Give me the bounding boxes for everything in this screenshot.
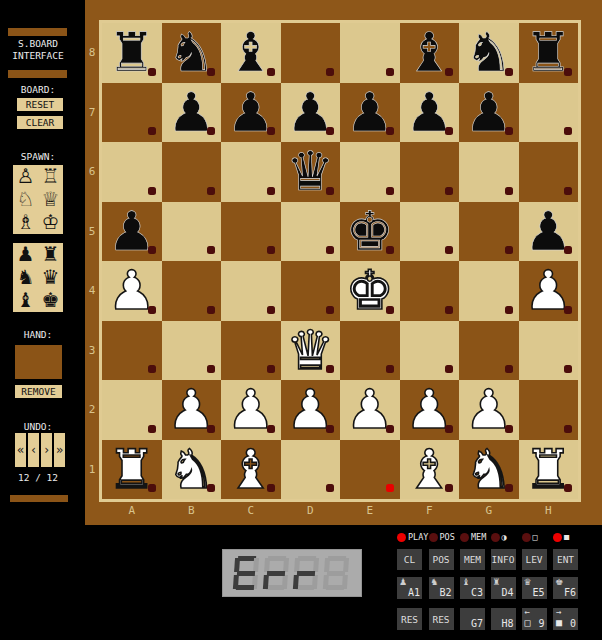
rank-label-2: 2 (85, 380, 99, 440)
sensor-led-h6 (564, 187, 572, 195)
spawn-white-bishop[interactable]: ♗ (13, 211, 38, 234)
rank-label-3: 3 (85, 321, 99, 381)
a1-label: A1 (408, 587, 420, 598)
moon-led-group: ◑ (491, 531, 507, 543)
sensor-led-f5 (445, 246, 453, 254)
redo-button[interactable]: › (41, 433, 52, 467)
sensor-led-a5 (148, 246, 156, 254)
spawn-white-king[interactable]: ♔ (38, 211, 63, 234)
right-arrow-icon: → (556, 607, 561, 617)
sensor-led-d6 (326, 187, 334, 195)
0-button[interactable]: →■0 (553, 608, 578, 630)
board-grid-border: ♜♞♝♝♞♜♟♟♟♟♟♟♛♟♚♟♟♚♟♛♟♟♟♟♟♟♜♞♝♝♞♜ (99, 20, 581, 502)
sensor-led-g8 (505, 68, 513, 76)
segment-e (323, 575, 329, 589)
sensor-led-c7 (267, 127, 275, 135)
mem-led-group: MEM (460, 531, 486, 543)
square-a7[interactable] (102, 83, 162, 143)
pos-led (429, 533, 438, 542)
rank-label-7: 7 (85, 83, 99, 143)
sensor-led-g5 (505, 246, 513, 254)
segment-b (253, 558, 259, 572)
undo-controls: «‹›» (15, 433, 65, 467)
segment-e (293, 575, 299, 589)
sensor-led-h7 (564, 127, 572, 135)
sensor-led-c6 (267, 187, 275, 195)
spawn-black-pawn[interactable]: ♟ (13, 243, 38, 266)
sensor-led-d7 (326, 127, 334, 135)
rook-icon: ♜ (493, 577, 501, 587)
d4-button[interactable]: ♜D4 (491, 577, 516, 599)
square-filled-led-label: ■ (564, 532, 569, 542)
info-button[interactable]: INFO (491, 549, 516, 570)
spawn-black-rook[interactable]: ♜ (38, 243, 63, 266)
sensor-led-f4 (445, 306, 453, 314)
sensor-led-a1 (148, 484, 156, 492)
sensor-led-b1 (207, 484, 215, 492)
f6-label: F6 (564, 587, 576, 598)
sensor-led-g1 (505, 484, 513, 492)
key-label-9: 9 (538, 618, 544, 629)
square-e2[interactable]: ♟ (340, 380, 400, 440)
square-a5[interactable]: ♟ (102, 202, 162, 262)
square-d8[interactable] (281, 23, 341, 83)
square-b1[interactable]: ♞ (162, 440, 222, 500)
sensor-led-g2 (505, 425, 513, 433)
square-h8[interactable]: ♜ (519, 23, 579, 83)
sensor-led-b4 (207, 306, 215, 314)
sensor-led-c5 (267, 246, 275, 254)
square-c3[interactable] (221, 321, 281, 381)
segment-e (233, 575, 239, 589)
9-button[interactable]: ←□9 (522, 608, 547, 630)
sensor-led-a3 (148, 365, 156, 373)
segment-d (266, 585, 284, 590)
mem-button[interactable]: MEM (460, 549, 485, 570)
sensor-led-c1 (267, 484, 275, 492)
sensor-led-h3 (564, 365, 572, 373)
square-b7[interactable]: ♟ (162, 83, 222, 143)
sensor-led-e4 (386, 306, 394, 314)
square-d5[interactable] (281, 202, 341, 262)
segment-g (297, 571, 315, 576)
key-label-0: 0 (570, 618, 576, 629)
moon-led (491, 533, 500, 542)
rank-label-6: 6 (85, 142, 99, 202)
square-c7[interactable]: ♟ (221, 83, 281, 143)
rank-label-1: 1 (85, 440, 99, 500)
spawn-black-bishop[interactable]: ♝ (13, 289, 38, 312)
square-e8[interactable] (340, 23, 400, 83)
sensor-led-h8 (564, 68, 572, 76)
app-title-line1: S.BOARD (0, 38, 76, 49)
g7-button[interactable]: G7 (460, 608, 485, 630)
undo-section-label: UNDO: (0, 421, 76, 432)
sensor-led-b2 (207, 425, 215, 433)
display-digit-2 (263, 556, 289, 590)
key-label-H8: H8 (501, 618, 513, 629)
spawn-white-queen[interactable]: ♕ (38, 188, 63, 211)
square-filled-led-group: ■ (553, 531, 569, 543)
square-g2[interactable]: ♟ (459, 380, 519, 440)
key-label-RES: RES (397, 608, 422, 630)
b2-button[interactable]: ♞B2 (429, 577, 454, 599)
sensor-led-f3 (445, 365, 453, 373)
file-label-F: F (400, 504, 460, 520)
square-c6[interactable] (221, 142, 281, 202)
file-label-D: D (281, 504, 341, 520)
play-led (397, 533, 406, 542)
sensor-led-e3 (386, 365, 394, 373)
file-label-A: A (102, 504, 162, 520)
sensor-led-d4 (326, 306, 334, 314)
c3-label: C3 (471, 587, 483, 598)
sensor-led-b8 (207, 68, 215, 76)
lev-button[interactable]: LEV (522, 549, 547, 570)
c3-button[interactable]: ♝C3 (460, 577, 485, 599)
pos-led-group: POS (429, 531, 455, 543)
moon-led-label: ◑ (502, 532, 507, 542)
sensor-led-b7 (207, 127, 215, 135)
sensor-led-c4 (267, 306, 275, 314)
f6-button[interactable]: ♚F6 (553, 577, 578, 599)
square-a1[interactable]: ♜ (102, 440, 162, 500)
segment-b (283, 558, 289, 572)
segment-f (234, 558, 240, 572)
spawn-black-queen[interactable]: ♛ (38, 266, 63, 289)
segment-g (327, 571, 345, 576)
square-outline-led-label: □ (533, 532, 538, 542)
segment-d (296, 585, 314, 590)
spawn-palette-white: ♙♖♘♕♗♔ (13, 165, 63, 234)
square-h1[interactable]: ♜ (519, 440, 579, 500)
display-digit-4 (323, 556, 349, 590)
e5-button[interactable]: ♛E5 (522, 577, 547, 599)
sensor-led-e5 (386, 246, 394, 254)
square-g3[interactable] (459, 321, 519, 381)
square-d7[interactable]: ♟ (281, 83, 341, 143)
app-title-line2: INTERFACE (0, 50, 76, 61)
spawn-palette-black: ♟♜♞♛♝♚ (13, 243, 63, 312)
undo-button[interactable]: ‹ (28, 433, 39, 467)
square-c1[interactable]: ♝ (221, 440, 281, 500)
sensor-led-b6 (207, 187, 215, 195)
square-d3[interactable]: ♛ (281, 321, 341, 381)
reset-button[interactable]: RESET (17, 98, 63, 111)
file-label-G: G (459, 504, 519, 520)
square-h7[interactable] (519, 83, 579, 143)
square-c5[interactable] (221, 202, 281, 262)
square-d2[interactable]: ♟ (281, 380, 341, 440)
board-grid: ♜♞♝♝♞♜♟♟♟♟♟♟♛♟♚♟♟♚♟♛♟♟♟♟♟♟♜♞♝♝♞♜ (102, 23, 578, 499)
seven-segment-display (222, 549, 362, 597)
sensor-led-h5 (564, 246, 572, 254)
spawn-black-knight[interactable]: ♞ (13, 266, 38, 289)
square-h3[interactable] (519, 321, 579, 381)
square-f6[interactable] (400, 142, 460, 202)
sensor-led-g4 (505, 306, 513, 314)
left-arrow-icon: ← (525, 607, 530, 617)
sensor-led-f8 (445, 68, 453, 76)
square-g6[interactable] (459, 142, 519, 202)
segment-f (264, 558, 270, 572)
display-digit-1 (233, 556, 259, 590)
sensor-led-c8 (267, 68, 275, 76)
square-a2[interactable] (102, 380, 162, 440)
divider (8, 70, 67, 78)
segment-b (313, 558, 319, 572)
sensor-led-a6 (148, 187, 156, 195)
square-b2[interactable]: ♟ (162, 380, 222, 440)
square-f7[interactable]: ♟ (400, 83, 460, 143)
square-e3[interactable] (340, 321, 400, 381)
sensor-led-e2 (386, 425, 394, 433)
a1-button[interactable]: ♟A1 (397, 577, 422, 599)
rank-label-5: 5 (85, 202, 99, 262)
sensor-led-d5 (326, 246, 334, 254)
pos-led-label: POS (440, 532, 455, 542)
sensor-led-d2 (326, 425, 334, 433)
sensor-led-e7 (386, 127, 394, 135)
bishop-icon: ♝ (462, 577, 470, 587)
square-h6[interactable] (519, 142, 579, 202)
square-b4[interactable] (162, 261, 222, 321)
pos-button[interactable]: POS (429, 549, 454, 570)
sidebar: S.BOARD INTERFACE BOARD: RESET CLEAR SPA… (0, 0, 85, 640)
square-h4[interactable]: ♟ (519, 261, 579, 321)
square-a8[interactable]: ♜ (102, 23, 162, 83)
sensor-led-h4 (564, 306, 572, 314)
mem-led-label: MEM (471, 532, 486, 542)
sensor-led-c3 (267, 365, 275, 373)
display-digit-3 (293, 556, 319, 590)
square-b6[interactable] (162, 142, 222, 202)
square-e7[interactable]: ♟ (340, 83, 400, 143)
square-c4[interactable] (221, 261, 281, 321)
square-e6[interactable] (340, 142, 400, 202)
sensor-led-e8 (386, 68, 394, 76)
file-label-B: B (162, 504, 222, 520)
clear-button[interactable]: CLEAR (17, 116, 63, 129)
square-c2[interactable]: ♟ (221, 380, 281, 440)
key-label-G7: G7 (471, 618, 483, 629)
square-d4[interactable] (281, 261, 341, 321)
spawn-white-pawn[interactable]: ♙ (13, 165, 38, 188)
square-f4[interactable] (400, 261, 460, 321)
square-b5[interactable] (162, 202, 222, 262)
square-b8[interactable]: ♞ (162, 23, 222, 83)
square-g5[interactable] (459, 202, 519, 262)
square-e1[interactable] (340, 440, 400, 500)
square-g1[interactable]: ♞ (459, 440, 519, 500)
segment-f (294, 558, 300, 572)
square-e5[interactable]: ♚ (340, 202, 400, 262)
square-f5[interactable] (400, 202, 460, 262)
sensor-led-f7 (445, 127, 453, 135)
square-f2[interactable]: ♟ (400, 380, 460, 440)
remove-button[interactable]: REMOVE (15, 385, 62, 398)
file-label-H: H (519, 504, 579, 520)
res-button-2[interactable]: RES (429, 608, 454, 630)
segment-d (236, 585, 254, 590)
square-outline-led (522, 533, 531, 542)
square-f1[interactable]: ♝ (400, 440, 460, 500)
chess-board: ♜♞♝♝♞♜♟♟♟♟♟♟♛♟♚♟♟♚♟♛♟♟♟♟♟♟♜♞♝♝♞♜ 8765432… (85, 0, 602, 525)
file-label-E: E (340, 504, 400, 520)
hand-section-label: HAND: (0, 329, 76, 340)
square-filled-icon: ■ (556, 617, 562, 628)
file-label-C: C (221, 504, 281, 520)
segment-d (326, 585, 344, 590)
square-g4[interactable] (459, 261, 519, 321)
square-a4[interactable]: ♟ (102, 261, 162, 321)
square-outline-icon: □ (525, 617, 531, 628)
segment-f (324, 558, 330, 572)
square-g8[interactable]: ♞ (459, 23, 519, 83)
divider (8, 28, 67, 36)
sensor-led-b5 (207, 246, 215, 254)
segment-e (263, 575, 269, 589)
ent-button[interactable]: ENT (553, 549, 578, 570)
rank-label-4: 4 (85, 261, 99, 321)
sensor-led-d1 (326, 484, 334, 492)
square-h5[interactable]: ♟ (519, 202, 579, 262)
square-c8[interactable]: ♝ (221, 23, 281, 83)
undo-counter: 12 / 12 (0, 472, 76, 483)
sensor-led-f6 (445, 187, 453, 195)
h8-button[interactable]: H8 (491, 608, 516, 630)
e5-label: E5 (532, 587, 544, 598)
square-f8[interactable]: ♝ (400, 23, 460, 83)
sensor-led-f1 (445, 484, 453, 492)
sensor-led-e1-lit (386, 484, 394, 492)
sensor-led-h2 (564, 425, 572, 433)
hand-slot[interactable] (15, 345, 62, 379)
spawn-white-rook[interactable]: ♖ (38, 165, 63, 188)
square-g7[interactable]: ♟ (459, 83, 519, 143)
play-led-label: PLAY (408, 532, 428, 542)
res-button-1[interactable]: RES (397, 608, 422, 630)
square-filled-led (553, 533, 562, 542)
sensor-led-g3 (505, 365, 513, 373)
sensor-led-b3 (207, 365, 215, 373)
spawn-white-knight[interactable]: ♘ (13, 188, 38, 211)
spawn-section-label: SPAWN: (0, 151, 76, 162)
b2-label: B2 (439, 587, 451, 598)
square-d1[interactable] (281, 440, 341, 500)
square-a3[interactable] (102, 321, 162, 381)
sensor-led-e6 (386, 187, 394, 195)
sensor-led-d8 (326, 68, 334, 76)
sensor-led-a8 (148, 68, 156, 76)
sensor-led-d3 (326, 365, 334, 373)
segment-g (267, 571, 285, 576)
board-section-label: BOARD: (0, 84, 76, 95)
pawn-icon: ♟ (399, 577, 407, 587)
sensor-led-a7 (148, 127, 156, 135)
sensor-led-c2 (267, 425, 275, 433)
square-outline-led-group: □ (522, 531, 538, 543)
mem-led (460, 533, 469, 542)
square-f3[interactable] (400, 321, 460, 381)
queen-icon: ♛ (524, 577, 532, 587)
segment-g (237, 571, 255, 576)
knight-icon: ♞ (431, 577, 439, 587)
play-led-group: PLAY (397, 531, 428, 543)
king-icon: ♚ (555, 577, 563, 587)
rank-label-8: 8 (85, 23, 99, 83)
spawn-black-king[interactable]: ♚ (38, 289, 63, 312)
cl-button[interactable]: CL (397, 549, 422, 570)
undo-all-button[interactable]: « (15, 433, 26, 467)
square-a6[interactable] (102, 142, 162, 202)
square-h2[interactable] (519, 380, 579, 440)
square-b3[interactable] (162, 321, 222, 381)
sensor-led-a2 (148, 425, 156, 433)
sensor-led-h1 (564, 484, 572, 492)
sensor-led-g6 (505, 187, 513, 195)
d4-label: D4 (501, 587, 513, 598)
segment-b (343, 558, 349, 572)
square-e4[interactable]: ♚ (340, 261, 400, 321)
redo-all-button[interactable]: » (54, 433, 65, 467)
sensor-led-a4 (148, 306, 156, 314)
key-label-RES: RES (429, 608, 454, 630)
square-d6[interactable]: ♛ (281, 142, 341, 202)
sensor-led-f2 (445, 425, 453, 433)
sensor-led-g7 (505, 127, 513, 135)
divider (10, 495, 68, 502)
